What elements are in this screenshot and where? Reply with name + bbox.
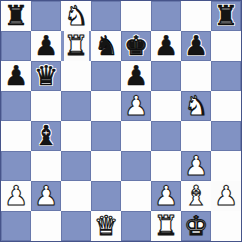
white-pawn: ♟ [34,182,58,209]
square-d6[interactable] [91,61,121,91]
square-a4[interactable] [1,121,31,151]
black-knight: ♞ [94,32,118,59]
black-pawn: ♟ [184,32,208,59]
square-b3[interactable] [31,151,61,181]
square-g7[interactable]: ♟ [181,31,211,61]
square-f1[interactable]: ♜ [151,211,181,241]
chess-board: ♜♞♜♟♜♞♚♟♟♟♛♟♟♞♝♟♟♟♟♝♟♛♜♚ [1,1,241,241]
square-c3[interactable] [61,151,91,181]
square-h8[interactable]: ♜ [211,1,241,31]
square-h7[interactable] [211,31,241,61]
black-bishop: ♝ [34,122,58,149]
square-c7[interactable]: ♜ [61,31,91,61]
square-e6[interactable]: ♟ [121,61,151,91]
black-rook: ♜ [214,2,238,29]
square-b2[interactable]: ♟ [31,181,61,211]
square-g2[interactable]: ♝ [181,181,211,211]
square-a6[interactable]: ♟ [1,61,31,91]
black-rook: ♜ [4,2,28,29]
square-d7[interactable]: ♞ [91,31,121,61]
square-f5[interactable] [151,91,181,121]
square-d3[interactable] [91,151,121,181]
square-c6[interactable] [61,61,91,91]
square-g1[interactable]: ♚ [181,211,211,241]
square-c4[interactable] [61,121,91,151]
square-b5[interactable] [31,91,61,121]
square-a3[interactable] [1,151,31,181]
white-pawn: ♟ [214,182,238,209]
square-e2[interactable] [121,181,151,211]
square-d2[interactable] [91,181,121,211]
square-g8[interactable] [181,1,211,31]
square-b6[interactable]: ♛ [31,61,61,91]
square-a2[interactable]: ♟ [1,181,31,211]
white-knight: ♞ [184,92,208,119]
black-pawn: ♟ [154,32,178,59]
square-a5[interactable] [1,91,31,121]
square-e7[interactable]: ♚ [121,31,151,61]
square-f6[interactable] [151,61,181,91]
square-d8[interactable] [91,1,121,31]
square-e8[interactable] [121,1,151,31]
square-f8[interactable] [151,1,181,31]
white-pawn: ♟ [124,92,148,119]
square-c5[interactable] [61,91,91,121]
square-g5[interactable]: ♞ [181,91,211,121]
square-f3[interactable] [151,151,181,181]
square-c8[interactable]: ♞ [61,1,91,31]
square-d4[interactable] [91,121,121,151]
white-rook: ♜ [64,32,88,59]
square-b4[interactable]: ♝ [31,121,61,151]
square-f2[interactable]: ♟ [151,181,181,211]
square-h1[interactable] [211,211,241,241]
square-g3[interactable]: ♟ [181,151,211,181]
square-e4[interactable] [121,121,151,151]
square-g4[interactable] [181,121,211,151]
square-f4[interactable] [151,121,181,151]
square-d5[interactable] [91,91,121,121]
black-pawn: ♟ [124,62,148,89]
square-e1[interactable] [121,211,151,241]
white-rook: ♜ [154,212,178,239]
square-a1[interactable] [1,211,31,241]
black-pawn: ♟ [4,62,28,89]
black-pawn: ♟ [34,32,58,59]
square-c1[interactable] [61,211,91,241]
square-d1[interactable]: ♛ [91,211,121,241]
square-f7[interactable]: ♟ [151,31,181,61]
square-h5[interactable] [211,91,241,121]
white-knight: ♞ [64,2,88,29]
square-g6[interactable] [181,61,211,91]
square-e3[interactable] [121,151,151,181]
square-b7[interactable]: ♟ [31,31,61,61]
square-h3[interactable] [211,151,241,181]
white-queen: ♛ [94,212,118,239]
chess-board-frame: ♜♞♜♟♜♞♚♟♟♟♛♟♟♞♝♟♟♟♟♝♟♛♜♚ [0,0,242,242]
square-b1[interactable] [31,211,61,241]
square-h2[interactable]: ♟ [211,181,241,211]
black-king: ♚ [124,32,148,59]
square-b8[interactable] [31,1,61,31]
white-pawn: ♟ [184,152,208,179]
white-pawn: ♟ [4,182,28,209]
black-queen: ♛ [34,62,58,89]
square-h6[interactable] [211,61,241,91]
square-h4[interactable] [211,121,241,151]
square-a8[interactable]: ♜ [1,1,31,31]
white-pawn: ♟ [154,182,178,209]
white-king: ♚ [184,212,208,239]
square-a7[interactable] [1,31,31,61]
square-c2[interactable] [61,181,91,211]
white-bishop: ♝ [184,182,208,209]
square-e5[interactable]: ♟ [121,91,151,121]
